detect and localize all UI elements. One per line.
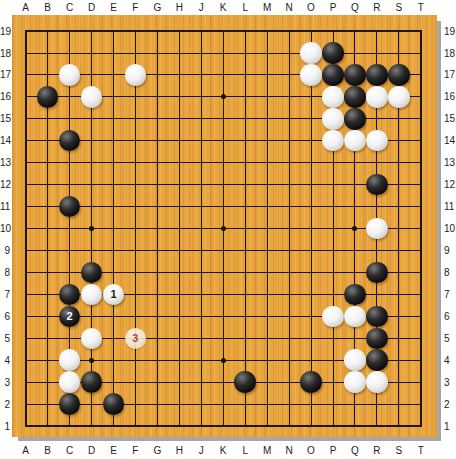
coord-bottom-P: P: [323, 444, 343, 457]
coord-left-8: 8: [0, 266, 10, 279]
coord-left-18: 18: [0, 47, 10, 60]
coord-left-15: 15: [0, 112, 10, 125]
coord-right-15: 15: [444, 112, 456, 125]
coord-bottom-T: T: [411, 444, 431, 457]
coord-left-12: 12: [0, 178, 10, 191]
coord-bottom-H: H: [169, 444, 189, 457]
coord-right-4: 4: [444, 354, 456, 367]
coord-top-H: H: [169, 1, 189, 14]
coord-bottom-K: K: [213, 444, 233, 457]
coord-top-G: G: [147, 1, 167, 14]
coord-bottom-D: D: [82, 444, 102, 457]
coord-left-7: 7: [0, 288, 10, 301]
coord-right-1: 1: [444, 420, 456, 433]
coord-top-L: L: [235, 1, 255, 14]
coord-bottom-N: N: [279, 444, 299, 457]
coord-bottom-A: A: [16, 444, 36, 457]
coord-bottom-G: G: [147, 444, 167, 457]
coord-bottom-S: S: [389, 444, 409, 457]
go-board[interactable]: [12, 15, 437, 437]
coord-left-2: 2: [0, 398, 10, 411]
coord-top-A: A: [16, 1, 36, 14]
coord-right-16: 16: [444, 90, 456, 103]
coord-top-O: O: [301, 1, 321, 14]
coord-right-5: 5: [444, 332, 456, 345]
coord-right-17: 17: [444, 68, 456, 81]
coord-top-B: B: [38, 1, 58, 14]
coord-bottom-C: C: [60, 444, 80, 457]
coord-top-E: E: [104, 1, 124, 14]
coord-left-14: 14: [0, 134, 10, 147]
coord-right-14: 14: [444, 134, 456, 147]
coord-right-9: 9: [444, 244, 456, 257]
coord-top-N: N: [279, 1, 299, 14]
coord-left-11: 11: [0, 200, 10, 213]
coord-top-P: P: [323, 1, 343, 14]
go-board-screen: 213 AABBCCDDEEFFGGHHJJKKLLMMNNOOPPQQRRSS…: [0, 0, 456, 459]
coord-top-C: C: [60, 1, 80, 14]
coord-top-S: S: [389, 1, 409, 14]
coord-right-8: 8: [444, 266, 456, 279]
coord-top-Q: Q: [345, 1, 365, 14]
coord-top-K: K: [213, 1, 233, 14]
coord-left-3: 3: [0, 376, 10, 389]
coord-left-19: 19: [0, 25, 10, 38]
coord-top-M: M: [257, 1, 277, 14]
coord-bottom-R: R: [367, 444, 387, 457]
coord-bottom-O: O: [301, 444, 321, 457]
coord-right-10: 10: [444, 222, 456, 235]
coord-left-13: 13: [0, 156, 10, 169]
coord-bottom-B: B: [38, 444, 58, 457]
coord-left-17: 17: [0, 68, 10, 81]
coord-bottom-E: E: [104, 444, 124, 457]
coord-right-3: 3: [444, 376, 456, 389]
coord-left-16: 16: [0, 90, 10, 103]
coord-top-R: R: [367, 1, 387, 14]
coord-top-J: J: [191, 1, 211, 14]
coord-left-1: 1: [0, 420, 10, 433]
coord-right-11: 11: [444, 200, 456, 213]
coord-bottom-F: F: [125, 444, 145, 457]
coord-left-10: 10: [0, 222, 10, 235]
coord-right-18: 18: [444, 47, 456, 60]
coord-bottom-J: J: [191, 444, 211, 457]
coord-left-4: 4: [0, 354, 10, 367]
coord-right-13: 13: [444, 156, 456, 169]
coord-right-7: 7: [444, 288, 456, 301]
coord-bottom-L: L: [235, 444, 255, 457]
coord-top-T: T: [411, 1, 431, 14]
coord-top-D: D: [82, 1, 102, 14]
coord-bottom-M: M: [257, 444, 277, 457]
coord-left-5: 5: [0, 332, 10, 345]
coord-left-6: 6: [0, 310, 10, 323]
coord-left-9: 9: [0, 244, 10, 257]
coord-right-6: 6: [444, 310, 456, 323]
coord-right-19: 19: [444, 25, 456, 38]
coord-right-12: 12: [444, 178, 456, 191]
coord-right-2: 2: [444, 398, 456, 411]
coord-top-F: F: [125, 1, 145, 14]
coord-bottom-Q: Q: [345, 444, 365, 457]
